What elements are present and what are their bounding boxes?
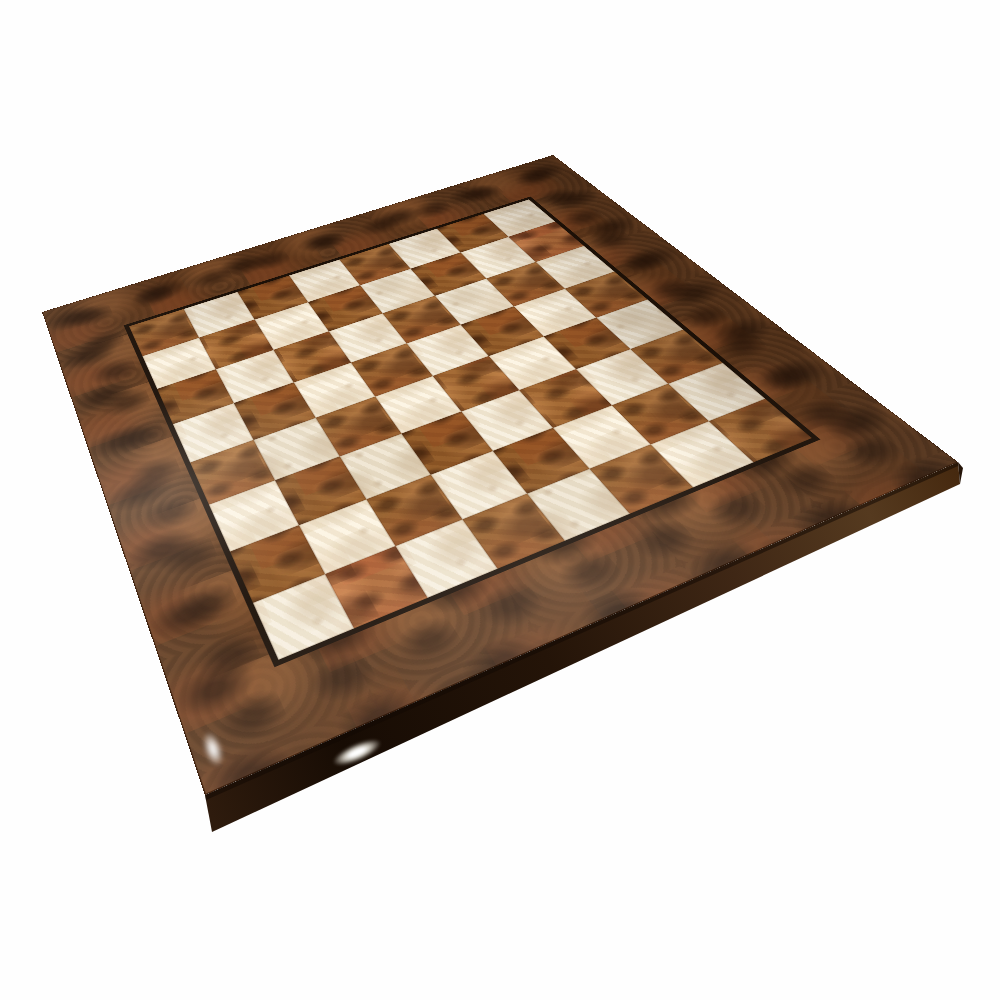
product-photo-stage: [0, 0, 1000, 1000]
